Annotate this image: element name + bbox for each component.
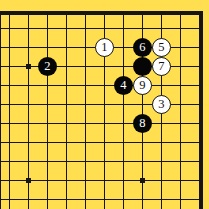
stone-white: 5 bbox=[152, 38, 172, 58]
stone-black: 2 bbox=[38, 57, 58, 77]
star-point bbox=[140, 178, 145, 183]
move-number: 3 bbox=[158, 98, 164, 111]
move-number: 4 bbox=[120, 79, 126, 92]
go-board: 123456789 bbox=[0, 0, 209, 209]
stone-black: 6 bbox=[133, 38, 153, 58]
grid-line-horizontal bbox=[0, 28, 203, 29]
move-number: 9 bbox=[139, 79, 145, 92]
stone-white: 7 bbox=[152, 57, 172, 77]
stone-white: 3 bbox=[152, 95, 172, 115]
stone-black: 4 bbox=[114, 76, 134, 96]
move-number: 1 bbox=[101, 41, 107, 54]
move-number: 5 bbox=[158, 41, 164, 54]
move-number: 8 bbox=[139, 117, 145, 130]
grid-line-horizontal bbox=[0, 161, 203, 162]
stone-white: 9 bbox=[133, 76, 153, 96]
star-point bbox=[26, 64, 31, 69]
move-number: 2 bbox=[44, 60, 50, 73]
stone-black: 8 bbox=[133, 114, 153, 134]
go-board-diagram: 123456789 bbox=[0, 0, 209, 209]
move-number: 7 bbox=[158, 60, 164, 73]
star-point bbox=[26, 178, 31, 183]
stone-white: 1 bbox=[95, 38, 115, 58]
grid-line-horizontal bbox=[0, 142, 203, 143]
board-edge-top bbox=[0, 11, 203, 15]
grid-line-horizontal bbox=[0, 199, 203, 200]
grid-line-horizontal bbox=[0, 85, 203, 86]
grid-line-horizontal bbox=[0, 104, 203, 105]
grid-line-horizontal bbox=[0, 123, 203, 124]
stone-black bbox=[133, 57, 153, 77]
move-number: 6 bbox=[139, 41, 145, 54]
